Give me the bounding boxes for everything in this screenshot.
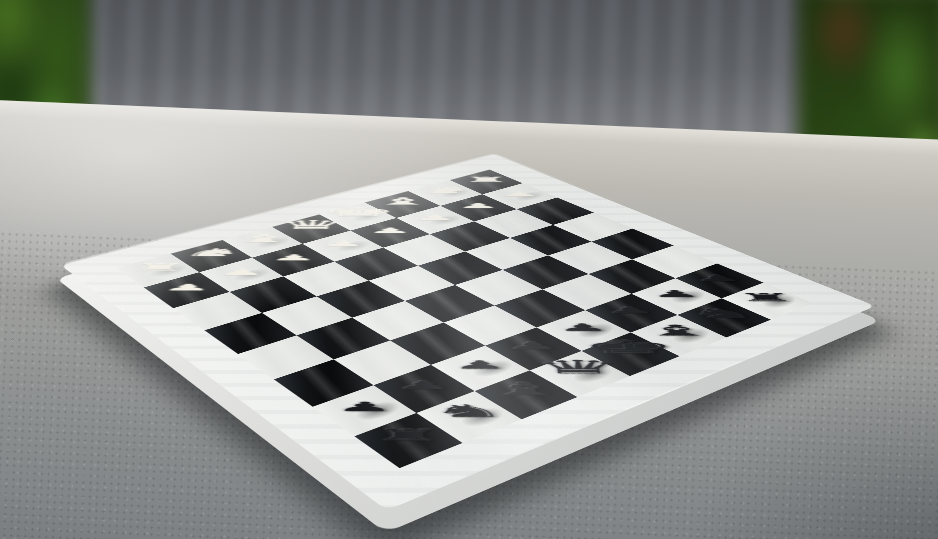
board-perspective-scene: ♜♞♝♛♚♝♞♜♟♟♟♟♟♟♟♟♟♟♟♟♟♟♟♟♜♞♝♛♚♝♞♜ xyxy=(0,0,938,539)
chess-board: ♜♞♝♛♚♝♞♜♟♟♟♟♟♟♟♟♟♟♟♟♟♟♟♟♜♞♝♛♚♝♞♜ xyxy=(61,154,876,510)
photo-scene: ♜♞♝♛♚♝♞♜♟♟♟♟♟♟♟♟♟♟♟♟♟♟♟♟♜♞♝♛♚♝♞♜ xyxy=(0,0,938,539)
piece-white-pawn-a2[interactable]: ♟ xyxy=(130,272,248,292)
